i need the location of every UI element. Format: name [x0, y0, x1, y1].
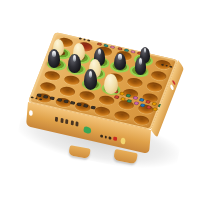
front-edge-logo-text — [55, 117, 79, 126]
product-photo-scene: Reversi/Othello-style egg-flipping board… — [0, 0, 200, 200]
green-bird-icon — [83, 126, 91, 134]
white-chick-icon — [29, 110, 33, 116]
hole-r6c5 — [112, 110, 130, 122]
front-edge-dots — [100, 134, 111, 139]
hole-r6c6 — [132, 114, 150, 126]
white-egg-icon — [170, 84, 174, 90]
yellow-egg-icon — [120, 137, 125, 145]
red-logo-mark — [113, 136, 117, 141]
hole-r6c4 — [93, 105, 111, 117]
